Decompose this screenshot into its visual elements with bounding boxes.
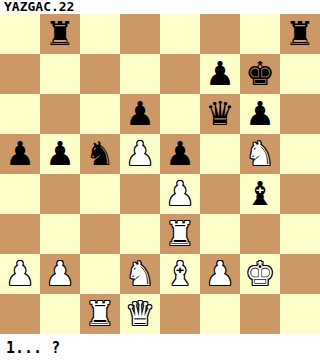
piece-black-pawn: ♟ — [45, 134, 75, 174]
square-g8[interactable] — [240, 14, 280, 54]
square-f2[interactable]: ♟ — [200, 254, 240, 294]
square-e6[interactable] — [160, 94, 200, 134]
piece-white-pawn: ♟ — [5, 254, 35, 294]
piece-white-queen: ♛ — [125, 294, 155, 334]
piece-black-knight: ♞ — [85, 134, 115, 174]
piece-black-rook: ♜ — [45, 14, 75, 54]
square-e2[interactable]: ♝ — [160, 254, 200, 294]
square-b7[interactable] — [40, 54, 80, 94]
square-g3[interactable] — [240, 214, 280, 254]
square-h4[interactable] — [280, 174, 320, 214]
square-c8[interactable] — [80, 14, 120, 54]
square-a3[interactable] — [0, 214, 40, 254]
square-d1[interactable]: ♛ — [120, 294, 160, 334]
piece-black-pawn: ♟ — [5, 134, 35, 174]
square-d2[interactable]: ♞ — [120, 254, 160, 294]
piece-white-knight: ♞ — [245, 134, 275, 174]
square-h3[interactable] — [280, 214, 320, 254]
piece-black-pawn: ♟ — [165, 134, 195, 174]
square-c5[interactable]: ♞ — [80, 134, 120, 174]
square-b1[interactable] — [40, 294, 80, 334]
square-g1[interactable] — [240, 294, 280, 334]
square-h2[interactable] — [280, 254, 320, 294]
square-g5[interactable]: ♞ — [240, 134, 280, 174]
square-f4[interactable] — [200, 174, 240, 214]
square-e8[interactable] — [160, 14, 200, 54]
piece-white-pawn: ♟ — [205, 254, 235, 294]
square-e4[interactable]: ♟ — [160, 174, 200, 214]
chess-program-window: YAZGAC.22 ♜♜♟♚♟♛♟♟♟♞♟♟♞♟♝♜♟♟♞♝♟♚♜♛ 1... … — [0, 0, 320, 360]
piece-white-pawn: ♟ — [125, 134, 155, 174]
square-d7[interactable] — [120, 54, 160, 94]
square-c4[interactable] — [80, 174, 120, 214]
piece-black-rook: ♜ — [285, 14, 315, 54]
square-d4[interactable] — [120, 174, 160, 214]
square-f5[interactable] — [200, 134, 240, 174]
piece-black-pawn: ♟ — [205, 54, 235, 94]
square-b5[interactable]: ♟ — [40, 134, 80, 174]
square-f7[interactable]: ♟ — [200, 54, 240, 94]
square-e3[interactable]: ♜ — [160, 214, 200, 254]
piece-white-pawn: ♟ — [45, 254, 75, 294]
square-f1[interactable] — [200, 294, 240, 334]
square-d5[interactable]: ♟ — [120, 134, 160, 174]
square-g7[interactable]: ♚ — [240, 54, 280, 94]
square-e7[interactable] — [160, 54, 200, 94]
square-a2[interactable]: ♟ — [0, 254, 40, 294]
square-a5[interactable]: ♟ — [0, 134, 40, 174]
square-f6[interactable]: ♛ — [200, 94, 240, 134]
square-g2[interactable]: ♚ — [240, 254, 280, 294]
piece-black-king: ♚ — [245, 54, 275, 94]
piece-white-knight: ♞ — [125, 254, 155, 294]
square-d6[interactable]: ♟ — [120, 94, 160, 134]
square-b2[interactable]: ♟ — [40, 254, 80, 294]
move-prompt: 1... ? — [0, 334, 320, 360]
piece-black-queen: ♛ — [205, 94, 235, 134]
square-a1[interactable] — [0, 294, 40, 334]
square-h6[interactable] — [280, 94, 320, 134]
square-a7[interactable] — [0, 54, 40, 94]
square-f8[interactable] — [200, 14, 240, 54]
square-c2[interactable] — [80, 254, 120, 294]
square-a8[interactable] — [0, 14, 40, 54]
square-d3[interactable] — [120, 214, 160, 254]
piece-white-king: ♚ — [245, 254, 275, 294]
square-h8[interactable]: ♜ — [280, 14, 320, 54]
piece-black-pawn: ♟ — [125, 94, 155, 134]
square-b4[interactable] — [40, 174, 80, 214]
square-c3[interactable] — [80, 214, 120, 254]
chess-board: ♜♜♟♚♟♛♟♟♟♞♟♟♞♟♝♜♟♟♞♝♟♚♜♛ — [0, 14, 320, 334]
square-e1[interactable] — [160, 294, 200, 334]
square-g4[interactable]: ♝ — [240, 174, 280, 214]
square-d8[interactable] — [120, 14, 160, 54]
square-f3[interactable] — [200, 214, 240, 254]
square-e5[interactable]: ♟ — [160, 134, 200, 174]
square-b6[interactable] — [40, 94, 80, 134]
square-b8[interactable]: ♜ — [40, 14, 80, 54]
square-h5[interactable] — [280, 134, 320, 174]
piece-white-rook: ♜ — [85, 294, 115, 334]
square-g6[interactable]: ♟ — [240, 94, 280, 134]
square-h7[interactable] — [280, 54, 320, 94]
square-a4[interactable] — [0, 174, 40, 214]
square-h1[interactable] — [280, 294, 320, 334]
page-title: YAZGAC.22 — [0, 0, 320, 14]
square-c1[interactable]: ♜ — [80, 294, 120, 334]
piece-white-pawn: ♟ — [165, 174, 195, 214]
square-a6[interactable] — [0, 94, 40, 134]
piece-white-bishop: ♝ — [165, 254, 195, 294]
square-b3[interactable] — [40, 214, 80, 254]
piece-black-pawn: ♟ — [245, 94, 275, 134]
piece-white-rook: ♜ — [165, 214, 195, 254]
square-c6[interactable] — [80, 94, 120, 134]
piece-black-bishop: ♝ — [245, 174, 275, 214]
square-c7[interactable] — [80, 54, 120, 94]
